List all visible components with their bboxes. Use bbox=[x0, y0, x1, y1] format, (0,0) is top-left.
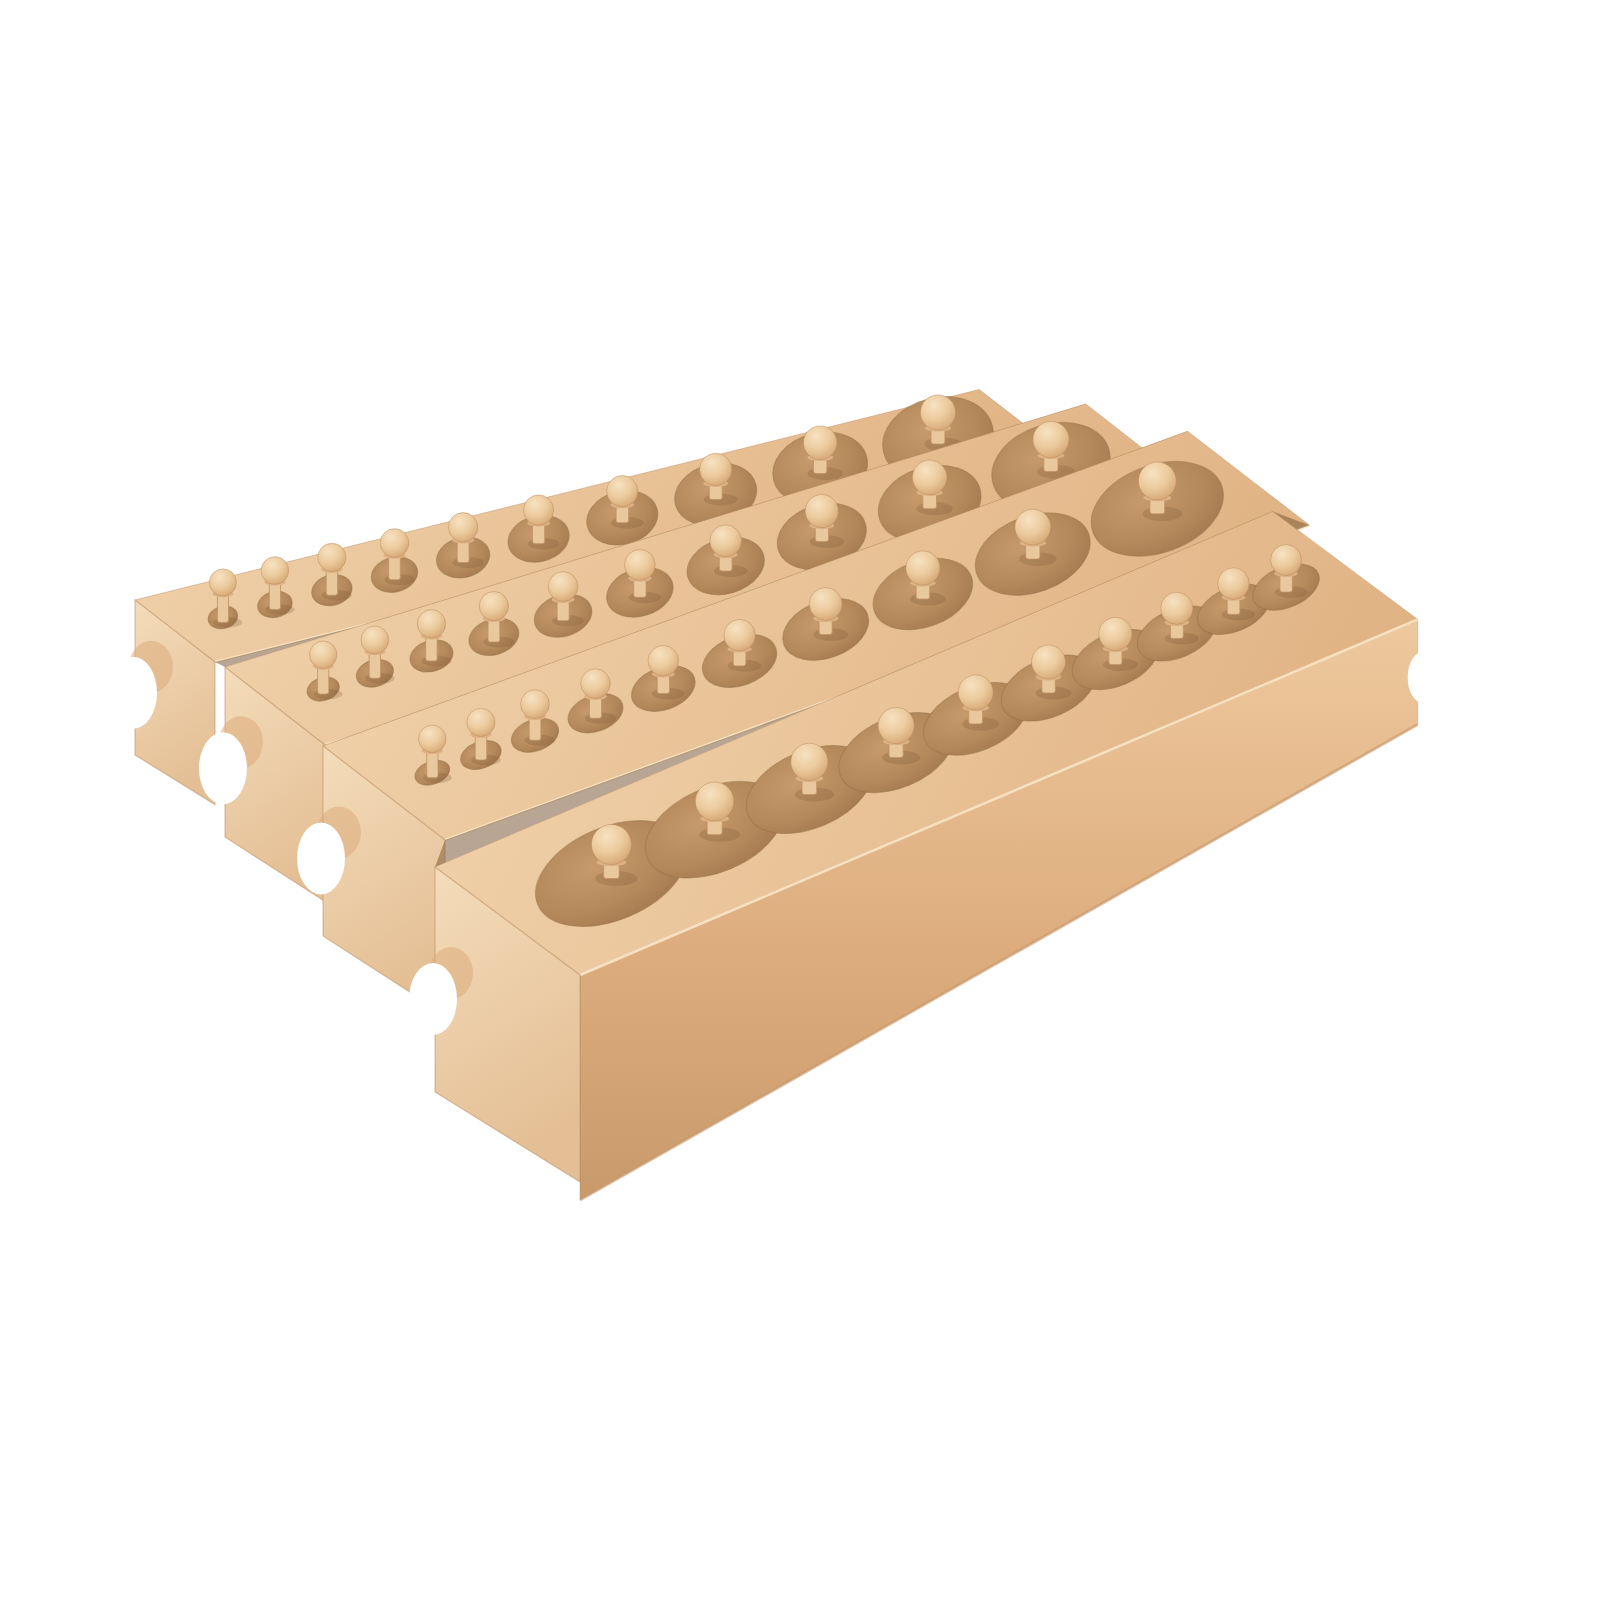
block-1-notch-cutout bbox=[109, 657, 157, 729]
knob-ball bbox=[380, 529, 409, 558]
knob-ball bbox=[906, 551, 940, 585]
knob-ball bbox=[1033, 421, 1069, 457]
knob-ball bbox=[791, 743, 828, 780]
knob-ball bbox=[581, 669, 611, 699]
knob-ball bbox=[521, 690, 550, 719]
block-4-right-notch-cutout bbox=[1408, 651, 1440, 703]
knob-ball bbox=[524, 495, 554, 525]
knob-ball bbox=[417, 610, 445, 638]
block-2-notch-cutout bbox=[199, 732, 247, 804]
cylinder-blocks-image bbox=[0, 0, 1600, 1600]
cylinder-blocks-scene bbox=[0, 0, 1600, 1600]
knob-ball bbox=[958, 675, 993, 710]
knob-ball bbox=[700, 453, 732, 485]
knob-ball bbox=[448, 513, 477, 542]
knob-ball bbox=[1015, 509, 1051, 545]
knob-ball bbox=[607, 476, 638, 507]
knob-ball bbox=[361, 626, 389, 654]
knob-ball bbox=[1161, 592, 1193, 624]
knob-ball bbox=[648, 646, 679, 677]
knob-ball bbox=[878, 708, 914, 744]
knob-ball bbox=[1138, 462, 1176, 500]
block-4-notch-cutout bbox=[409, 963, 457, 1035]
knob-ball bbox=[724, 619, 756, 651]
knob-ball bbox=[1218, 568, 1250, 600]
knob-ball bbox=[318, 543, 346, 571]
knob-ball bbox=[479, 592, 508, 621]
knob-ball bbox=[419, 725, 447, 753]
knob-ball bbox=[1271, 545, 1302, 576]
knob-ball bbox=[310, 641, 337, 668]
knob-ball bbox=[920, 395, 955, 430]
block-3-notch-cutout bbox=[297, 822, 345, 894]
knob-ball bbox=[548, 572, 578, 602]
product-photo bbox=[0, 0, 1600, 1600]
knob-ball bbox=[625, 550, 656, 581]
knob-ball bbox=[695, 782, 734, 821]
knob-ball bbox=[912, 460, 947, 495]
knob-ball bbox=[261, 557, 289, 585]
knob-ball bbox=[710, 525, 742, 557]
knob-ball bbox=[1032, 645, 1066, 679]
knob-ball bbox=[467, 708, 495, 736]
knob-ball bbox=[1099, 617, 1132, 650]
knob-ball bbox=[809, 588, 842, 621]
knob-ball bbox=[805, 495, 838, 528]
knob-ball bbox=[209, 569, 236, 596]
knob-ball bbox=[591, 825, 631, 865]
knob-ball bbox=[803, 426, 837, 460]
